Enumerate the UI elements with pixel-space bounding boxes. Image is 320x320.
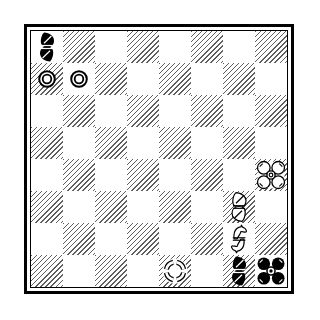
square-c8[interactable] <box>95 31 127 63</box>
square-g4[interactable] <box>223 159 255 191</box>
square-g5[interactable] <box>223 127 255 159</box>
square-b5[interactable] <box>63 127 95 159</box>
square-c2[interactable] <box>95 223 127 255</box>
square-e3[interactable] <box>159 191 191 223</box>
square-a8[interactable] <box>31 31 63 63</box>
square-g7[interactable] <box>223 63 255 95</box>
piece-black-s-bishop-a8[interactable] <box>31 31 63 63</box>
square-b7[interactable] <box>63 63 95 95</box>
square-c4[interactable] <box>95 159 127 191</box>
square-e2[interactable] <box>159 223 191 255</box>
square-a5[interactable] <box>31 127 63 159</box>
square-b6[interactable] <box>63 95 95 127</box>
rose-icon <box>255 159 287 191</box>
piece-white-s-bishop-g3[interactable] <box>223 191 255 223</box>
square-a2[interactable] <box>31 223 63 255</box>
square-f7[interactable] <box>191 63 223 95</box>
square-c6[interactable] <box>95 95 127 127</box>
square-e8[interactable] <box>159 31 191 63</box>
square-f8[interactable] <box>191 31 223 63</box>
square-d6[interactable] <box>127 95 159 127</box>
s-bishop-icon <box>223 255 255 287</box>
square-a6[interactable] <box>31 95 63 127</box>
piece-white-s-knight-g2[interactable] <box>223 223 255 255</box>
piece-white-wheel-e1[interactable] <box>159 255 191 287</box>
piece-black-rose-h1[interactable] <box>255 255 287 287</box>
square-a1[interactable] <box>31 255 63 287</box>
square-b8[interactable] <box>63 31 95 63</box>
square-d1[interactable] <box>127 255 159 287</box>
square-b3[interactable] <box>63 191 95 223</box>
piece-white-rose-h4[interactable] <box>255 159 287 191</box>
square-d7[interactable] <box>127 63 159 95</box>
square-c7[interactable] <box>95 63 127 95</box>
square-d4[interactable] <box>127 159 159 191</box>
square-h6[interactable] <box>255 95 287 127</box>
s-knight-icon <box>223 223 255 255</box>
square-e5[interactable] <box>159 127 191 159</box>
square-c1[interactable] <box>95 255 127 287</box>
square-e1[interactable] <box>159 255 191 287</box>
chess-diagram-frame <box>24 24 294 294</box>
square-d3[interactable] <box>127 191 159 223</box>
wheel-icon <box>159 255 191 287</box>
s-bishop-icon <box>31 31 63 63</box>
ring-icon <box>31 63 63 95</box>
square-g2[interactable] <box>223 223 255 255</box>
square-f3[interactable] <box>191 191 223 223</box>
rose-icon <box>255 255 287 287</box>
square-a3[interactable] <box>31 191 63 223</box>
square-h3[interactable] <box>255 191 287 223</box>
square-f6[interactable] <box>191 95 223 127</box>
square-f2[interactable] <box>191 223 223 255</box>
s-bishop-icon <box>223 191 255 223</box>
square-h7[interactable] <box>255 63 287 95</box>
square-h4[interactable] <box>255 159 287 191</box>
square-g6[interactable] <box>223 95 255 127</box>
chess-diagram-inner-frame <box>30 30 288 288</box>
piece-black-s-bishop-g1[interactable] <box>223 255 255 287</box>
square-f4[interactable] <box>191 159 223 191</box>
square-h1[interactable] <box>255 255 287 287</box>
square-e6[interactable] <box>159 95 191 127</box>
square-e4[interactable] <box>159 159 191 191</box>
square-c5[interactable] <box>95 127 127 159</box>
square-g8[interactable] <box>223 31 255 63</box>
ring-icon <box>63 63 95 95</box>
square-e7[interactable] <box>159 63 191 95</box>
square-f1[interactable] <box>191 255 223 287</box>
square-a7[interactable] <box>31 63 63 95</box>
square-b4[interactable] <box>63 159 95 191</box>
square-b2[interactable] <box>63 223 95 255</box>
square-f5[interactable] <box>191 127 223 159</box>
square-h8[interactable] <box>255 31 287 63</box>
piece-neutral-ring-b7[interactable] <box>63 63 95 95</box>
square-b1[interactable] <box>63 255 95 287</box>
square-c3[interactable] <box>95 191 127 223</box>
piece-neutral-ring-a7[interactable] <box>31 63 63 95</box>
square-g3[interactable] <box>223 191 255 223</box>
square-h2[interactable] <box>255 223 287 255</box>
square-d2[interactable] <box>127 223 159 255</box>
board <box>31 31 287 287</box>
square-g1[interactable] <box>223 255 255 287</box>
square-h5[interactable] <box>255 127 287 159</box>
square-d5[interactable] <box>127 127 159 159</box>
square-d8[interactable] <box>127 31 159 63</box>
square-a4[interactable] <box>31 159 63 191</box>
